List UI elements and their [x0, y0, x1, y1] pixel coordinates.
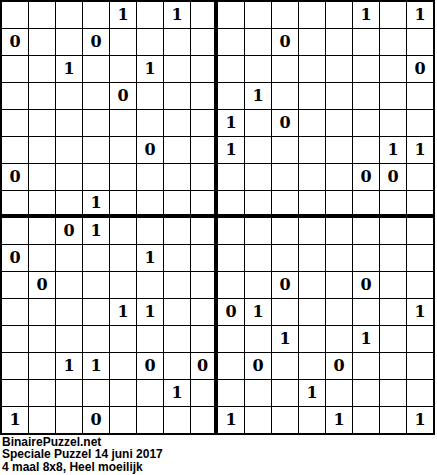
cell-r14c13-given-0: 0 — [326, 353, 352, 379]
cell-r13c9-empty[interactable] — [218, 326, 244, 352]
cell-r2c2-empty[interactable] — [29, 29, 55, 55]
cell-r12c4-empty[interactable] — [83, 299, 109, 325]
cell-r3c13-empty[interactable] — [326, 56, 352, 82]
cell-r7c10-empty[interactable] — [245, 164, 271, 190]
cell-r10c16-empty[interactable] — [407, 245, 433, 271]
cell-r6c5-empty[interactable] — [110, 137, 136, 163]
cell-r6c9-given-1: 1 — [218, 137, 244, 163]
cell-r14c8-given-0: 0 — [191, 353, 217, 379]
cell-r5c4-empty[interactable] — [83, 110, 109, 136]
cell-r1c9-empty[interactable] — [218, 2, 244, 28]
cell-r10c11-empty[interactable] — [272, 245, 298, 271]
cell-r3c2-empty[interactable] — [29, 56, 55, 82]
binary-puzzle-board: 1111000110011001110001010100011011111100… — [0, 0, 435, 435]
cell-r15c14-empty[interactable] — [353, 380, 379, 406]
cell-r16c5-empty[interactable] — [110, 407, 136, 433]
cell-r4c5-given-0: 0 — [110, 83, 136, 109]
cell-r7c2-empty[interactable] — [29, 164, 55, 190]
cell-r14c1-empty[interactable] — [2, 353, 28, 379]
cell-r3c9-empty[interactable] — [218, 56, 244, 82]
cell-r10c13-empty[interactable] — [326, 245, 352, 271]
cell-r1c16-given-1: 1 — [407, 2, 433, 28]
cell-r1c6-empty[interactable] — [137, 2, 163, 28]
cell-r1c1-empty[interactable] — [2, 2, 28, 28]
cell-r11c10-empty[interactable] — [245, 272, 271, 298]
cell-r1c15-empty[interactable] — [380, 2, 406, 28]
cell-r12c16-given-1: 1 — [407, 299, 433, 325]
puzzle-page: 1111000110011001110001010100011011111100… — [0, 0, 437, 475]
cell-r16c10-empty[interactable] — [245, 407, 271, 433]
cell-r11c9-empty[interactable] — [218, 272, 244, 298]
cell-r2c9-empty[interactable] — [218, 29, 244, 55]
cell-r9c6-empty[interactable] — [137, 218, 163, 244]
cell-r15c4-empty[interactable] — [83, 380, 109, 406]
cell-r4c15-empty[interactable] — [380, 83, 406, 109]
cell-r8c3-empty[interactable] — [56, 191, 82, 217]
cell-r2c3-empty[interactable] — [56, 29, 82, 55]
cell-r11c5-empty[interactable] — [110, 272, 136, 298]
cell-r3c1-empty[interactable] — [2, 56, 28, 82]
cell-r13c10-empty[interactable] — [245, 326, 271, 352]
cell-r2c11-given-0: 0 — [272, 29, 298, 55]
cell-r12c7-empty[interactable] — [164, 299, 190, 325]
cell-r7c14-given-0: 0 — [353, 164, 379, 190]
cell-r9c12-empty[interactable] — [299, 218, 325, 244]
cell-r7c15-given-0: 0 — [380, 164, 406, 190]
cell-r13c5-empty[interactable] — [110, 326, 136, 352]
cell-r14c4-given-1: 1 — [83, 353, 109, 379]
cell-r2c14-empty[interactable] — [353, 29, 379, 55]
cell-r8c11-empty[interactable] — [272, 191, 298, 217]
cell-r14c9-empty[interactable] — [218, 353, 244, 379]
cell-r7c13-empty[interactable] — [326, 164, 352, 190]
cell-r12c9-given-0: 0 — [218, 299, 244, 325]
cell-r5c9-given-1: 1 — [218, 110, 244, 136]
cell-r10c6-given-1: 1 — [137, 245, 163, 271]
cell-r4c3-empty[interactable] — [56, 83, 82, 109]
cell-r11c14-given-0: 0 — [353, 272, 379, 298]
cell-r1c8-empty[interactable] — [191, 2, 217, 28]
cell-r1c4-empty[interactable] — [83, 2, 109, 28]
cell-r2c7-empty[interactable] — [164, 29, 190, 55]
cell-r8c5-empty[interactable] — [110, 191, 136, 217]
cell-r10c10-empty[interactable] — [245, 245, 271, 271]
cell-r8c7-empty[interactable] — [164, 191, 190, 217]
cell-r7c5-empty[interactable] — [110, 164, 136, 190]
cell-r5c6-empty[interactable] — [137, 110, 163, 136]
cell-r7c9-empty[interactable] — [218, 164, 244, 190]
cell-r13c6-empty[interactable] — [137, 326, 163, 352]
cell-r12c13-empty[interactable] — [326, 299, 352, 325]
cell-r12c1-empty[interactable] — [2, 299, 28, 325]
cell-r11c13-empty[interactable] — [326, 272, 352, 298]
cell-r3c4-empty[interactable] — [83, 56, 109, 82]
cell-r7c4-empty[interactable] — [83, 164, 109, 190]
cell-r1c5-given-1: 1 — [110, 2, 136, 28]
cell-r4c11-empty[interactable] — [272, 83, 298, 109]
cell-r15c13-empty[interactable] — [326, 380, 352, 406]
cell-r16c3-empty[interactable] — [56, 407, 82, 433]
cell-r8c4-given-1: 1 — [83, 191, 109, 217]
cell-r16c7-empty[interactable] — [164, 407, 190, 433]
cell-r12c5-given-1: 1 — [110, 299, 136, 325]
cell-r6c11-empty[interactable] — [272, 137, 298, 163]
cell-r11c1-empty[interactable] — [2, 272, 28, 298]
cell-r3c12-empty[interactable] — [299, 56, 325, 82]
cell-r15c7-given-1: 1 — [164, 380, 190, 406]
cell-r11c12-empty[interactable] — [299, 272, 325, 298]
cell-r2c5-empty[interactable] — [110, 29, 136, 55]
cell-r9c7-empty[interactable] — [164, 218, 190, 244]
cell-r4c7-empty[interactable] — [164, 83, 190, 109]
cell-r2c15-empty[interactable] — [380, 29, 406, 55]
cell-r5c14-empty[interactable] — [353, 110, 379, 136]
cell-r5c11-given-0: 0 — [272, 110, 298, 136]
cell-r6c16-given-1: 1 — [407, 137, 433, 163]
cell-r2c10-empty[interactable] — [245, 29, 271, 55]
cell-r4c6-empty[interactable] — [137, 83, 163, 109]
cell-r4c8-empty[interactable] — [191, 83, 217, 109]
cell-r4c14-empty[interactable] — [353, 83, 379, 109]
cell-r6c8-empty[interactable] — [191, 137, 217, 163]
cell-r1c3-empty[interactable] — [56, 2, 82, 28]
cell-r2c13-empty[interactable] — [326, 29, 352, 55]
cell-r4c2-empty[interactable] — [29, 83, 55, 109]
cell-r15c10-empty[interactable] — [245, 380, 271, 406]
cell-r9c3-given-0: 0 — [56, 218, 82, 244]
cell-r3c10-empty[interactable] — [245, 56, 271, 82]
cell-r7c1-given-0: 0 — [2, 164, 28, 190]
cell-r8c13-empty[interactable] — [326, 191, 352, 217]
cell-r15c16-empty[interactable] — [407, 380, 433, 406]
cell-r13c7-empty[interactable] — [164, 326, 190, 352]
cell-r6c1-empty[interactable] — [2, 137, 28, 163]
cell-r16c15-empty[interactable] — [380, 407, 406, 433]
cell-r13c4-empty[interactable] — [83, 326, 109, 352]
cell-r12c8-empty[interactable] — [191, 299, 217, 325]
cell-r13c15-empty[interactable] — [380, 326, 406, 352]
cell-r13c2-empty[interactable] — [29, 326, 55, 352]
cell-r8c2-empty[interactable] — [29, 191, 55, 217]
cell-r9c8-empty[interactable] — [191, 218, 217, 244]
cell-r6c14-empty[interactable] — [353, 137, 379, 163]
cell-r15c12-given-1: 1 — [299, 380, 325, 406]
cell-r10c4-empty[interactable] — [83, 245, 109, 271]
cell-r16c4-given-0: 0 — [83, 407, 109, 433]
cell-r11c6-empty[interactable] — [137, 272, 163, 298]
cell-r7c8-empty[interactable] — [191, 164, 217, 190]
cell-r6c3-empty[interactable] — [56, 137, 82, 163]
cell-r13c3-empty[interactable] — [56, 326, 82, 352]
cell-r15c15-empty[interactable] — [380, 380, 406, 406]
cell-r1c10-empty[interactable] — [245, 2, 271, 28]
cell-r11c7-empty[interactable] — [164, 272, 190, 298]
cell-r9c16-empty[interactable] — [407, 218, 433, 244]
cell-r3c3-given-1: 1 — [56, 56, 82, 82]
cell-r5c10-empty[interactable] — [245, 110, 271, 136]
cell-r9c4-given-1: 1 — [83, 218, 109, 244]
cell-r5c13-empty[interactable] — [326, 110, 352, 136]
cell-r11c8-empty[interactable] — [191, 272, 217, 298]
cell-r9c15-empty[interactable] — [380, 218, 406, 244]
cell-r16c9-given-1: 1 — [218, 407, 244, 433]
puzzle-title: Speciale Puzzel 14 juni 2017 — [2, 448, 437, 460]
cell-r12c12-empty[interactable] — [299, 299, 325, 325]
cell-r16c6-empty[interactable] — [137, 407, 163, 433]
cell-r3c15-empty[interactable] — [380, 56, 406, 82]
cell-r5c12-empty[interactable] — [299, 110, 325, 136]
cell-r4c13-empty[interactable] — [326, 83, 352, 109]
cell-r8c10-empty[interactable] — [245, 191, 271, 217]
cell-r14c7-empty[interactable] — [164, 353, 190, 379]
cell-r10c9-empty[interactable] — [218, 245, 244, 271]
cell-r14c12-empty[interactable] — [299, 353, 325, 379]
cell-r1c13-empty[interactable] — [326, 2, 352, 28]
cell-r2c12-empty[interactable] — [299, 29, 325, 55]
cell-r9c1-empty[interactable] — [2, 218, 28, 244]
cell-r6c15-given-1: 1 — [380, 137, 406, 163]
cell-r7c6-empty[interactable] — [137, 164, 163, 190]
cell-r16c8-empty[interactable] — [191, 407, 217, 433]
cell-r16c12-empty[interactable] — [299, 407, 325, 433]
cell-r5c2-empty[interactable] — [29, 110, 55, 136]
cell-r4c10-given-1: 1 — [245, 83, 271, 109]
cell-r13c11-given-1: 1 — [272, 326, 298, 352]
cell-r1c7-given-1: 1 — [164, 2, 190, 28]
cell-r2c8-empty[interactable] — [191, 29, 217, 55]
cell-r14c6-given-0: 0 — [137, 353, 163, 379]
cell-r15c9-empty[interactable] — [218, 380, 244, 406]
cell-r13c12-empty[interactable] — [299, 326, 325, 352]
cell-r13c8-empty[interactable] — [191, 326, 217, 352]
cell-r7c3-empty[interactable] — [56, 164, 82, 190]
cell-r5c7-empty[interactable] — [164, 110, 190, 136]
cell-r3c8-empty[interactable] — [191, 56, 217, 82]
cell-r11c3-empty[interactable] — [56, 272, 82, 298]
cell-r12c10-given-1: 1 — [245, 299, 271, 325]
cell-r15c1-empty[interactable] — [2, 380, 28, 406]
cell-r2c16-empty[interactable] — [407, 29, 433, 55]
cell-r7c7-empty[interactable] — [164, 164, 190, 190]
cell-r13c1-empty[interactable] — [2, 326, 28, 352]
cell-r9c13-empty[interactable] — [326, 218, 352, 244]
cell-r8c16-empty[interactable] — [407, 191, 433, 217]
cell-r4c9-empty[interactable] — [218, 83, 244, 109]
cell-r5c1-empty[interactable] — [2, 110, 28, 136]
cell-r2c4-given-0: 0 — [83, 29, 109, 55]
cell-r3c16-given-0: 0 — [407, 56, 433, 82]
cell-r14c5-empty[interactable] — [110, 353, 136, 379]
cell-r10c5-empty[interactable] — [110, 245, 136, 271]
cell-r15c8-empty[interactable] — [191, 380, 217, 406]
cell-r10c8-empty[interactable] — [191, 245, 217, 271]
cell-r1c14-given-1: 1 — [353, 2, 379, 28]
cell-r16c13-given-1: 1 — [326, 407, 352, 433]
cell-r5c16-empty[interactable] — [407, 110, 433, 136]
cell-r16c14-empty[interactable] — [353, 407, 379, 433]
cell-r4c12-empty[interactable] — [299, 83, 325, 109]
cell-r6c4-empty[interactable] — [83, 137, 109, 163]
cell-r8c1-empty[interactable] — [2, 191, 28, 217]
cell-r10c3-empty[interactable] — [56, 245, 82, 271]
cell-r3c11-empty[interactable] — [272, 56, 298, 82]
cell-r12c14-empty[interactable] — [353, 299, 379, 325]
cell-r16c11-empty[interactable] — [272, 407, 298, 433]
cell-r12c15-empty[interactable] — [380, 299, 406, 325]
cell-r15c11-empty[interactable] — [272, 380, 298, 406]
cell-r3c6-given-1: 1 — [137, 56, 163, 82]
cell-r6c7-empty[interactable] — [164, 137, 190, 163]
cell-r12c2-empty[interactable] — [29, 299, 55, 325]
cell-r11c2-given-0: 0 — [29, 272, 55, 298]
cell-r16c1-given-1: 1 — [2, 407, 28, 433]
cell-r10c15-empty[interactable] — [380, 245, 406, 271]
cell-r10c2-empty[interactable] — [29, 245, 55, 271]
cell-r12c3-empty[interactable] — [56, 299, 82, 325]
cell-r15c3-empty[interactable] — [56, 380, 82, 406]
cell-r10c1-given-0: 0 — [2, 245, 28, 271]
cell-r9c10-empty[interactable] — [245, 218, 271, 244]
cell-r15c6-empty[interactable] — [137, 380, 163, 406]
cell-r5c8-empty[interactable] — [191, 110, 217, 136]
cell-r9c5-empty[interactable] — [110, 218, 136, 244]
cell-r12c11-empty[interactable] — [272, 299, 298, 325]
cell-r6c10-empty[interactable] — [245, 137, 271, 163]
cell-r14c3-given-1: 1 — [56, 353, 82, 379]
cell-r6c2-empty[interactable] — [29, 137, 55, 163]
cell-r8c9-empty[interactable] — [218, 191, 244, 217]
cell-r1c11-empty[interactable] — [272, 2, 298, 28]
cell-r4c16-empty[interactable] — [407, 83, 433, 109]
cell-r3c14-empty[interactable] — [353, 56, 379, 82]
cell-r13c13-empty[interactable] — [326, 326, 352, 352]
cell-r8c8-empty[interactable] — [191, 191, 217, 217]
cell-r5c15-empty[interactable] — [380, 110, 406, 136]
cell-r15c5-empty[interactable] — [110, 380, 136, 406]
cell-r8c6-empty[interactable] — [137, 191, 163, 217]
cell-r12c6-given-1: 1 — [137, 299, 163, 325]
cell-r14c15-empty[interactable] — [380, 353, 406, 379]
cell-r16c16-given-1: 1 — [407, 407, 433, 433]
cell-r11c4-empty[interactable] — [83, 272, 109, 298]
cell-r4c4-empty[interactable] — [83, 83, 109, 109]
cell-r2c1-given-0: 0 — [2, 29, 28, 55]
cell-r9c9-empty[interactable] — [218, 218, 244, 244]
cell-r14c16-empty[interactable] — [407, 353, 433, 379]
cell-r10c14-empty[interactable] — [353, 245, 379, 271]
cell-r9c14-empty[interactable] — [353, 218, 379, 244]
puzzle-subtitle: 4 maal 8x8, Heel moeilijk — [2, 461, 437, 473]
caption: BinairePuzzel.net Speciale Puzzel 14 jun… — [0, 435, 437, 473]
cell-r11c16-empty[interactable] — [407, 272, 433, 298]
cell-r8c15-empty[interactable] — [380, 191, 406, 217]
cell-r10c12-empty[interactable] — [299, 245, 325, 271]
cell-r3c7-empty[interactable] — [164, 56, 190, 82]
cell-r9c2-empty[interactable] — [29, 218, 55, 244]
cell-r11c15-empty[interactable] — [380, 272, 406, 298]
cell-r16c2-empty[interactable] — [29, 407, 55, 433]
cell-r8c12-empty[interactable] — [299, 191, 325, 217]
cell-r11c11-given-0: 0 — [272, 272, 298, 298]
cell-r6c12-empty[interactable] — [299, 137, 325, 163]
cell-r15c2-empty[interactable] — [29, 380, 55, 406]
cell-r3c5-empty[interactable] — [110, 56, 136, 82]
cell-r5c3-empty[interactable] — [56, 110, 82, 136]
cell-r14c2-empty[interactable] — [29, 353, 55, 379]
cell-r13c14-given-1: 1 — [353, 326, 379, 352]
cell-r14c10-given-0: 0 — [245, 353, 271, 379]
cell-r9c11-empty[interactable] — [272, 218, 298, 244]
cell-r5c5-empty[interactable] — [110, 110, 136, 136]
cell-r1c12-empty[interactable] — [299, 2, 325, 28]
cell-r10c7-empty[interactable] — [164, 245, 190, 271]
cell-r4c1-empty[interactable] — [2, 83, 28, 109]
cell-r7c16-empty[interactable] — [407, 164, 433, 190]
cell-r13c16-empty[interactable] — [407, 326, 433, 352]
cell-r7c12-empty[interactable] — [299, 164, 325, 190]
cell-r14c11-empty[interactable] — [272, 353, 298, 379]
cell-r8c14-empty[interactable] — [353, 191, 379, 217]
cell-r1c2-empty[interactable] — [29, 2, 55, 28]
cell-r7c11-empty[interactable] — [272, 164, 298, 190]
cell-r6c6-given-0: 0 — [137, 137, 163, 163]
cell-r14c14-empty[interactable] — [353, 353, 379, 379]
cell-r6c13-empty[interactable] — [326, 137, 352, 163]
cell-r2c6-empty[interactable] — [137, 29, 163, 55]
